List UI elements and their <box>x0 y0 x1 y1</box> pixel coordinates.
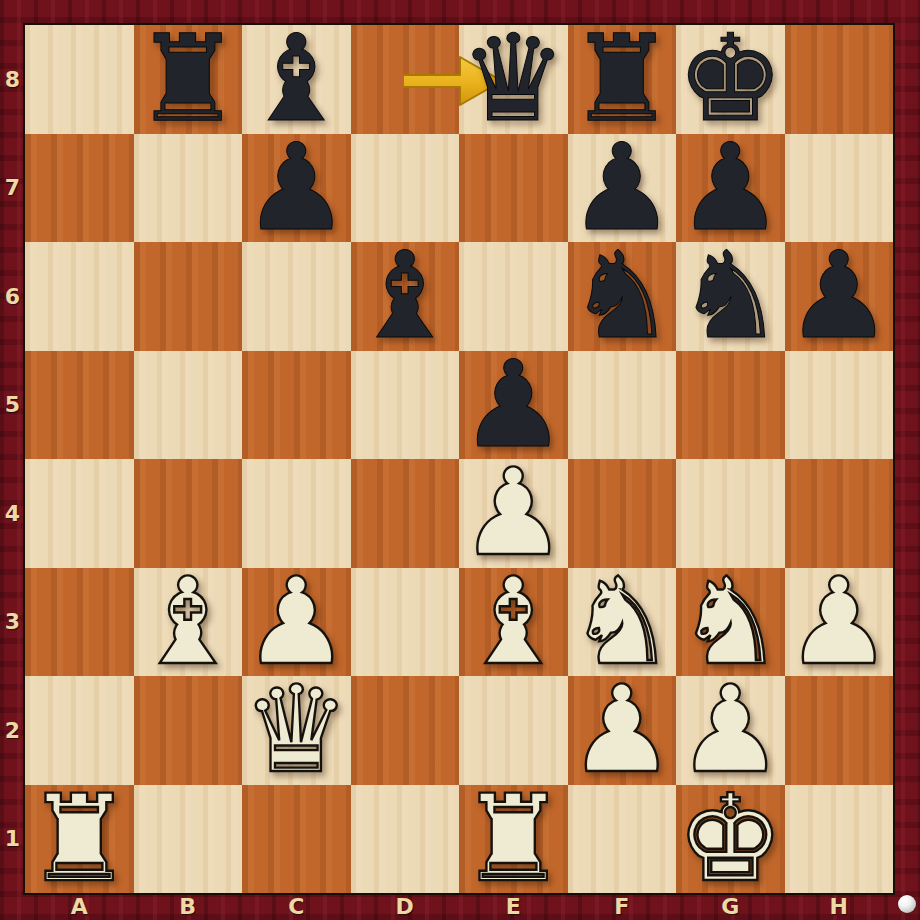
square-g5[interactable] <box>676 351 785 460</box>
square-d4[interactable] <box>351 459 460 568</box>
file-label-d: D <box>351 893 460 920</box>
square-h3[interactable]: ♟︎ <box>785 568 894 677</box>
rank-label-3: 3 <box>0 568 25 677</box>
square-a5[interactable] <box>25 351 134 460</box>
square-c6[interactable] <box>242 242 351 351</box>
rank-label-7: 7 <box>0 134 25 243</box>
piece-black-knight[interactable]: ♞︎ <box>568 242 677 351</box>
piece-white-king[interactable]: ♚︎ <box>676 785 785 894</box>
square-b2[interactable] <box>134 676 243 785</box>
square-f2[interactable]: ♟︎ <box>568 676 677 785</box>
piece-black-knight[interactable]: ♞︎ <box>676 242 785 351</box>
square-d6[interactable]: ♝︎ <box>351 242 460 351</box>
square-h8[interactable] <box>785 25 894 134</box>
piece-black-queen[interactable]: ♛︎ <box>459 25 568 134</box>
square-e3[interactable]: ♝︎ <box>459 568 568 677</box>
square-e1[interactable]: ♜︎ <box>459 785 568 894</box>
square-f5[interactable] <box>568 351 677 460</box>
rank-label-8: 8 <box>0 25 25 134</box>
rank-label-6: 6 <box>0 242 25 351</box>
square-g6[interactable]: ♞︎ <box>676 242 785 351</box>
square-h2[interactable] <box>785 676 894 785</box>
rank-labels: 87654321 <box>0 25 25 893</box>
square-h6[interactable]: ♟︎ <box>785 242 894 351</box>
square-b5[interactable] <box>134 351 243 460</box>
piece-white-pawn[interactable]: ♟︎ <box>568 676 677 785</box>
square-f6[interactable]: ♞︎ <box>568 242 677 351</box>
piece-black-rook[interactable]: ♜︎ <box>134 25 243 134</box>
square-g1[interactable]: ♚︎ <box>676 785 785 894</box>
square-a6[interactable] <box>25 242 134 351</box>
file-label-h: H <box>785 893 894 920</box>
piece-white-bishop[interactable]: ♝︎ <box>134 568 243 677</box>
square-b6[interactable] <box>134 242 243 351</box>
square-e7[interactable] <box>459 134 568 243</box>
square-d5[interactable] <box>351 351 460 460</box>
rank-label-1: 1 <box>0 785 25 894</box>
rank-label-5: 5 <box>0 351 25 460</box>
chess-board: ♜︎♝︎♛︎♜︎♚︎♟︎♟︎♟︎♝︎♞︎♞︎♟︎♟︎♟︎♝︎♟︎♝︎♞︎♞︎♟︎… <box>25 25 893 893</box>
piece-white-rook[interactable]: ♜︎ <box>25 785 134 894</box>
file-label-f: F <box>568 893 677 920</box>
rank-label-4: 4 <box>0 459 25 568</box>
square-a8[interactable] <box>25 25 134 134</box>
chess-board-frame: 87654321 ♜︎♝︎♛︎♜︎♚︎♟︎♟︎♟︎♝︎♞︎♞︎♟︎♟︎♟︎♝︎♟… <box>0 0 920 920</box>
piece-white-queen[interactable]: ♛︎ <box>242 676 351 785</box>
square-a3[interactable] <box>25 568 134 677</box>
white-to-move-indicator <box>898 895 916 913</box>
piece-white-rook[interactable]: ♜︎ <box>459 785 568 894</box>
square-h5[interactable] <box>785 351 894 460</box>
square-d2[interactable] <box>351 676 460 785</box>
square-c1[interactable] <box>242 785 351 894</box>
square-e8[interactable]: ♛︎ <box>459 25 568 134</box>
square-a4[interactable] <box>25 459 134 568</box>
square-b3[interactable]: ♝︎ <box>134 568 243 677</box>
square-d1[interactable] <box>351 785 460 894</box>
piece-black-pawn[interactable]: ♟︎ <box>785 242 894 351</box>
square-b7[interactable] <box>134 134 243 243</box>
square-c2[interactable]: ♛︎ <box>242 676 351 785</box>
file-label-c: C <box>242 893 351 920</box>
square-a1[interactable]: ♜︎ <box>25 785 134 894</box>
piece-black-pawn[interactable]: ♟︎ <box>242 134 351 243</box>
square-h1[interactable] <box>785 785 894 894</box>
piece-white-bishop[interactable]: ♝︎ <box>459 568 568 677</box>
square-b1[interactable] <box>134 785 243 894</box>
piece-white-pawn[interactable]: ♟︎ <box>785 568 894 677</box>
square-f1[interactable] <box>568 785 677 894</box>
square-a7[interactable] <box>25 134 134 243</box>
square-d3[interactable] <box>351 568 460 677</box>
piece-black-bishop[interactable]: ♝︎ <box>351 242 460 351</box>
square-c5[interactable] <box>242 351 351 460</box>
file-label-b: B <box>134 893 243 920</box>
square-b8[interactable]: ♜︎ <box>134 25 243 134</box>
square-c7[interactable]: ♟︎ <box>242 134 351 243</box>
rank-label-2: 2 <box>0 676 25 785</box>
